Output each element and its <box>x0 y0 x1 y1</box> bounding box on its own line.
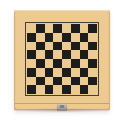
board-square <box>71 77 80 86</box>
board-square <box>36 68 45 77</box>
board-square <box>62 77 71 86</box>
board-square <box>27 42 36 51</box>
board-square <box>62 42 71 51</box>
board-square <box>88 85 97 94</box>
board-square <box>36 42 45 51</box>
board-square <box>62 50 71 59</box>
board-square <box>71 68 80 77</box>
chess-board <box>25 22 99 96</box>
board-square <box>53 50 62 59</box>
board-square <box>80 50 89 59</box>
board-square <box>62 59 71 68</box>
board-square <box>62 85 71 94</box>
board-square <box>71 59 80 68</box>
board-square <box>88 77 97 86</box>
board-square <box>80 68 89 77</box>
board-square <box>36 77 45 86</box>
board-square <box>45 85 54 94</box>
board-square <box>36 50 45 59</box>
board-square <box>45 77 54 86</box>
board-square <box>71 42 80 51</box>
board-square <box>27 85 36 94</box>
board-square <box>45 33 54 42</box>
board-square <box>36 85 45 94</box>
board-square <box>62 33 71 42</box>
board-square <box>88 68 97 77</box>
board-square <box>27 24 36 33</box>
board-square <box>53 77 62 86</box>
board-square <box>80 42 89 51</box>
board-square <box>45 24 54 33</box>
board-square <box>53 59 62 68</box>
board-square <box>71 50 80 59</box>
board-square <box>45 50 54 59</box>
board-square <box>53 42 62 51</box>
board-square <box>27 59 36 68</box>
board-square <box>80 24 89 33</box>
board-square <box>53 68 62 77</box>
board-square <box>88 59 97 68</box>
board-square <box>36 33 45 42</box>
board-square <box>53 24 62 33</box>
board-square <box>53 33 62 42</box>
board-square <box>80 77 89 86</box>
board-square <box>71 85 80 94</box>
board-square <box>53 85 62 94</box>
board-square <box>80 59 89 68</box>
board-square <box>27 77 36 86</box>
board-square <box>80 85 89 94</box>
board-square <box>45 68 54 77</box>
board-square <box>45 42 54 51</box>
box-shadow <box>18 108 106 113</box>
board-square <box>45 59 54 68</box>
board-square <box>36 24 45 33</box>
board-square <box>27 50 36 59</box>
board-square <box>71 24 80 33</box>
board-square <box>88 24 97 33</box>
board-square <box>88 33 97 42</box>
board-square <box>62 24 71 33</box>
board-square <box>71 33 80 42</box>
board-square <box>80 33 89 42</box>
board-square <box>62 68 71 77</box>
board-square <box>27 33 36 42</box>
board-square <box>88 42 97 51</box>
board-square <box>88 50 97 59</box>
product-photo <box>0 0 120 120</box>
board-square <box>27 68 36 77</box>
chess-box <box>14 10 110 110</box>
board-square <box>36 59 45 68</box>
